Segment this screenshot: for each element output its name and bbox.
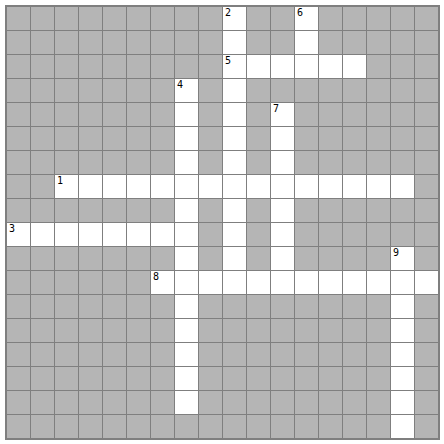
block-r15c3 (79, 367, 102, 390)
cell-r10c7[interactable] (175, 247, 198, 270)
block-r6c12 (295, 151, 318, 174)
clue-number-6: 6 (297, 7, 303, 18)
block-r4c15 (367, 103, 390, 126)
cell-r11c9[interactable] (223, 271, 246, 294)
block-r1c15 (367, 31, 390, 54)
block-r4c4 (103, 103, 126, 126)
block-r1c17 (415, 31, 438, 54)
cell-r2c11[interactable] (271, 55, 294, 78)
block-r2c7 (175, 55, 198, 78)
cell-r7c14[interactable] (343, 175, 366, 198)
cell-r2c14[interactable] (343, 55, 366, 78)
block-r17c7 (175, 415, 198, 438)
block-r14c11 (271, 343, 294, 366)
cell-r14c16[interactable] (391, 343, 414, 366)
block-r3c16 (391, 79, 414, 102)
block-r2c1 (31, 55, 54, 78)
block-r11c0 (7, 271, 30, 294)
block-r12c13 (319, 295, 342, 318)
block-r4c12 (295, 103, 318, 126)
cell-r0c9[interactable]: 2 (223, 7, 246, 30)
cell-r11c16[interactable] (391, 271, 414, 294)
block-r12c2 (55, 295, 78, 318)
block-r2c16 (391, 55, 414, 78)
block-r17c1 (31, 415, 54, 438)
block-r3c0 (7, 79, 30, 102)
block-r4c8 (199, 103, 222, 126)
block-r6c15 (367, 151, 390, 174)
cell-r9c11[interactable] (271, 223, 294, 246)
block-r13c9 (223, 319, 246, 342)
cell-r11c17[interactable] (415, 271, 438, 294)
block-r15c6 (151, 367, 174, 390)
block-r1c16 (391, 31, 414, 54)
block-r13c8 (199, 319, 222, 342)
block-r10c1 (31, 247, 54, 270)
block-r8c6 (151, 199, 174, 222)
block-r4c0 (7, 103, 30, 126)
block-r14c10 (247, 343, 270, 366)
block-r16c8 (199, 391, 222, 414)
block-r1c4 (103, 31, 126, 54)
cell-r9c2[interactable] (55, 223, 78, 246)
block-r2c6 (151, 55, 174, 78)
block-r10c3 (79, 247, 102, 270)
block-r13c0 (7, 319, 30, 342)
block-r15c13 (319, 367, 342, 390)
block-r8c4 (103, 199, 126, 222)
cell-r7c9[interactable] (223, 175, 246, 198)
block-r9c13 (319, 223, 342, 246)
block-r5c1 (31, 127, 54, 150)
cell-r5c9[interactable] (223, 127, 246, 150)
block-r3c11 (271, 79, 294, 102)
cell-r7c13[interactable] (319, 175, 342, 198)
block-r17c3 (79, 415, 102, 438)
block-r3c17 (415, 79, 438, 102)
block-r7c1 (31, 175, 54, 198)
cell-r3c7[interactable]: 4 (175, 79, 198, 102)
cell-r9c0[interactable]: 3 (7, 223, 30, 246)
block-r9c16 (391, 223, 414, 246)
cell-r7c12[interactable] (295, 175, 318, 198)
block-r6c6 (151, 151, 174, 174)
block-r13c11 (271, 319, 294, 342)
block-r12c4 (103, 295, 126, 318)
block-r6c4 (103, 151, 126, 174)
block-r5c17 (415, 127, 438, 150)
cell-r9c9[interactable] (223, 223, 246, 246)
block-r14c15 (367, 343, 390, 366)
block-r17c6 (151, 415, 174, 438)
block-r0c11 (271, 7, 294, 30)
block-r15c17 (415, 367, 438, 390)
block-r9c12 (295, 223, 318, 246)
block-r9c15 (367, 223, 390, 246)
block-r17c8 (199, 415, 222, 438)
block-r0c16 (391, 7, 414, 30)
cell-r11c13[interactable] (319, 271, 342, 294)
cell-r11c14[interactable] (343, 271, 366, 294)
block-r17c17 (415, 415, 438, 438)
block-r16c3 (79, 391, 102, 414)
block-r1c13 (319, 31, 342, 54)
cell-r0c12[interactable]: 6 (295, 7, 318, 30)
block-r0c2 (55, 7, 78, 30)
block-r3c10 (247, 79, 270, 102)
block-r2c15 (367, 55, 390, 78)
block-r6c1 (31, 151, 54, 174)
cell-r7c7[interactable] (175, 175, 198, 198)
cell-r2c13[interactable] (319, 55, 342, 78)
cell-r17c16[interactable] (391, 415, 414, 438)
block-r0c0 (7, 7, 30, 30)
block-r14c17 (415, 343, 438, 366)
block-r14c9 (223, 343, 246, 366)
cell-r7c6[interactable] (151, 175, 174, 198)
block-r9c17 (415, 223, 438, 246)
block-r10c6 (151, 247, 174, 270)
cell-r2c9[interactable]: 5 (223, 55, 246, 78)
block-r12c8 (199, 295, 222, 318)
block-r5c15 (367, 127, 390, 150)
block-r5c13 (319, 127, 342, 150)
block-r15c10 (247, 367, 270, 390)
block-r14c1 (31, 343, 54, 366)
block-r5c5 (127, 127, 150, 150)
block-r14c12 (295, 343, 318, 366)
block-r14c3 (79, 343, 102, 366)
block-r8c16 (391, 199, 414, 222)
block-r15c2 (55, 367, 78, 390)
block-r0c3 (79, 7, 102, 30)
block-r5c0 (7, 127, 30, 150)
clue-number-4: 4 (177, 79, 183, 90)
block-r16c9 (223, 391, 246, 414)
block-r6c5 (127, 151, 150, 174)
cell-r8c11[interactable] (271, 199, 294, 222)
block-r12c5 (127, 295, 150, 318)
cell-r4c7[interactable] (175, 103, 198, 126)
block-r17c4 (103, 415, 126, 438)
cell-r12c16[interactable] (391, 295, 414, 318)
cell-r7c2[interactable]: 1 (55, 175, 78, 198)
cell-r7c11[interactable] (271, 175, 294, 198)
cell-r5c7[interactable] (175, 127, 198, 150)
cell-r7c16[interactable] (391, 175, 414, 198)
block-r3c12 (295, 79, 318, 102)
cell-r15c7[interactable] (175, 367, 198, 390)
cell-r7c4[interactable] (103, 175, 126, 198)
block-r12c10 (247, 295, 270, 318)
block-r0c10 (247, 7, 270, 30)
cell-r7c10[interactable] (247, 175, 270, 198)
block-r13c6 (151, 319, 174, 342)
block-r4c16 (391, 103, 414, 126)
block-r6c0 (7, 151, 30, 174)
block-r17c0 (7, 415, 30, 438)
block-r13c10 (247, 319, 270, 342)
block-r3c3 (79, 79, 102, 102)
cell-r7c15[interactable] (367, 175, 390, 198)
block-r8c5 (127, 199, 150, 222)
cell-r12c7[interactable] (175, 295, 198, 318)
cell-r8c9[interactable] (223, 199, 246, 222)
block-r6c2 (55, 151, 78, 174)
block-r5c14 (343, 127, 366, 150)
cell-r7c8[interactable] (199, 175, 222, 198)
block-r15c15 (367, 367, 390, 390)
block-r2c2 (55, 55, 78, 78)
block-r10c17 (415, 247, 438, 270)
block-r15c9 (223, 367, 246, 390)
block-r5c4 (103, 127, 126, 150)
block-r4c13 (319, 103, 342, 126)
block-r2c17 (415, 55, 438, 78)
block-r14c0 (7, 343, 30, 366)
cell-r14c7[interactable] (175, 343, 198, 366)
cell-r11c15[interactable] (367, 271, 390, 294)
cell-r10c16[interactable]: 9 (391, 247, 414, 270)
clue-number-1: 1 (57, 175, 63, 186)
block-r0c7 (175, 7, 198, 30)
block-r12c0 (7, 295, 30, 318)
block-r0c8 (199, 7, 222, 30)
block-r4c1 (31, 103, 54, 126)
block-r13c15 (367, 319, 390, 342)
block-r11c1 (31, 271, 54, 294)
block-r10c4 (103, 247, 126, 270)
block-r8c15 (367, 199, 390, 222)
block-r3c15 (367, 79, 390, 102)
block-r1c3 (79, 31, 102, 54)
block-r17c12 (295, 415, 318, 438)
block-r13c14 (343, 319, 366, 342)
block-r13c5 (127, 319, 150, 342)
cell-r11c7[interactable] (175, 271, 198, 294)
block-r8c13 (319, 199, 342, 222)
block-r3c4 (103, 79, 126, 102)
cell-r6c11[interactable] (271, 151, 294, 174)
block-r10c2 (55, 247, 78, 270)
block-r11c2 (55, 271, 78, 294)
cell-r9c3[interactable] (79, 223, 102, 246)
block-r15c0 (7, 367, 30, 390)
block-r10c5 (127, 247, 150, 270)
block-r3c6 (151, 79, 174, 102)
block-r12c14 (343, 295, 366, 318)
block-r8c14 (343, 199, 366, 222)
block-r12c15 (367, 295, 390, 318)
cell-r10c11[interactable] (271, 247, 294, 270)
block-r16c4 (103, 391, 126, 414)
block-r6c10 (247, 151, 270, 174)
block-r11c4 (103, 271, 126, 294)
block-r5c2 (55, 127, 78, 150)
cell-r1c12[interactable] (295, 31, 318, 54)
crossword-page: 265471398 (0, 0, 444, 444)
block-r13c17 (415, 319, 438, 342)
block-r10c0 (7, 247, 30, 270)
block-r0c1 (31, 7, 54, 30)
block-r6c13 (319, 151, 342, 174)
block-r14c8 (199, 343, 222, 366)
cell-r13c7[interactable] (175, 319, 198, 342)
block-r4c14 (343, 103, 366, 126)
block-r1c11 (271, 31, 294, 54)
block-r6c16 (391, 151, 414, 174)
block-r4c2 (55, 103, 78, 126)
block-r16c10 (247, 391, 270, 414)
block-r16c1 (31, 391, 54, 414)
block-r9c10 (247, 223, 270, 246)
block-r0c5 (127, 7, 150, 30)
block-r6c14 (343, 151, 366, 174)
block-r16c14 (343, 391, 366, 414)
cell-r9c5[interactable] (127, 223, 150, 246)
block-r8c10 (247, 199, 270, 222)
block-r16c2 (55, 391, 78, 414)
block-r17c2 (55, 415, 78, 438)
clue-number-8: 8 (153, 271, 159, 282)
cell-r2c12[interactable] (295, 55, 318, 78)
block-r12c17 (415, 295, 438, 318)
block-r6c3 (79, 151, 102, 174)
clue-number-9: 9 (393, 247, 399, 258)
block-r0c13 (319, 7, 342, 30)
block-r8c12 (295, 199, 318, 222)
block-r9c14 (343, 223, 366, 246)
cell-r11c8[interactable] (199, 271, 222, 294)
block-r6c17 (415, 151, 438, 174)
block-r3c1 (31, 79, 54, 102)
cell-r3c9[interactable] (223, 79, 246, 102)
block-r5c6 (151, 127, 174, 150)
cell-r13c16[interactable] (391, 319, 414, 342)
block-r17c11 (271, 415, 294, 438)
clue-number-5: 5 (225, 55, 231, 66)
cell-r9c4[interactable] (103, 223, 126, 246)
cell-r8c7[interactable] (175, 199, 198, 222)
block-r15c11 (271, 367, 294, 390)
cell-r9c1[interactable] (31, 223, 54, 246)
block-r1c0 (7, 31, 30, 54)
block-r14c14 (343, 343, 366, 366)
block-r15c5 (127, 367, 150, 390)
cell-r15c16[interactable] (391, 367, 414, 390)
block-r16c15 (367, 391, 390, 414)
cell-r9c7[interactable] (175, 223, 198, 246)
block-r5c16 (391, 127, 414, 150)
block-r9c8 (199, 223, 222, 246)
block-r17c14 (343, 415, 366, 438)
block-r1c6 (151, 31, 174, 54)
block-r11c5 (127, 271, 150, 294)
cell-r11c11[interactable] (271, 271, 294, 294)
cell-r9c6[interactable] (151, 223, 174, 246)
cell-r4c11[interactable]: 7 (271, 103, 294, 126)
block-r15c14 (343, 367, 366, 390)
block-r17c5 (127, 415, 150, 438)
crossword-board: 265471398 (5, 5, 440, 440)
block-r4c6 (151, 103, 174, 126)
block-r13c2 (55, 319, 78, 342)
block-r14c13 (319, 343, 342, 366)
block-r2c5 (127, 55, 150, 78)
block-r12c6 (151, 295, 174, 318)
block-r3c8 (199, 79, 222, 102)
block-r2c0 (7, 55, 30, 78)
block-r12c3 (79, 295, 102, 318)
block-r16c13 (319, 391, 342, 414)
block-r15c1 (31, 367, 54, 390)
block-r3c14 (343, 79, 366, 102)
block-r3c13 (319, 79, 342, 102)
cell-r6c7[interactable] (175, 151, 198, 174)
block-r1c5 (127, 31, 150, 54)
block-r10c8 (199, 247, 222, 270)
cell-r5c11[interactable] (271, 127, 294, 150)
block-r16c5 (127, 391, 150, 414)
block-r10c15 (367, 247, 390, 270)
block-r10c10 (247, 247, 270, 270)
block-r16c6 (151, 391, 174, 414)
block-r4c17 (415, 103, 438, 126)
clue-number-2: 2 (225, 7, 231, 18)
block-r0c15 (367, 7, 390, 30)
block-r2c3 (79, 55, 102, 78)
cell-r7c3[interactable] (79, 175, 102, 198)
block-r7c17 (415, 175, 438, 198)
block-r14c4 (103, 343, 126, 366)
block-r2c4 (103, 55, 126, 78)
block-r8c8 (199, 199, 222, 222)
block-r3c5 (127, 79, 150, 102)
cell-r1c9[interactable] (223, 31, 246, 54)
block-r12c11 (271, 295, 294, 318)
block-r4c10 (247, 103, 270, 126)
block-r2c8 (199, 55, 222, 78)
block-r15c4 (103, 367, 126, 390)
cell-r10c9[interactable] (223, 247, 246, 270)
cell-r6c9[interactable] (223, 151, 246, 174)
cell-r4c9[interactable] (223, 103, 246, 126)
block-r0c14 (343, 7, 366, 30)
block-r7c0 (7, 175, 30, 198)
block-r8c1 (31, 199, 54, 222)
block-r12c9 (223, 295, 246, 318)
block-r1c8 (199, 31, 222, 54)
block-r17c13 (319, 415, 342, 438)
cell-r16c16[interactable] (391, 391, 414, 414)
cell-r2c10[interactable] (247, 55, 270, 78)
block-r4c5 (127, 103, 150, 126)
cell-r7c5[interactable] (127, 175, 150, 198)
clue-number-7: 7 (273, 103, 279, 114)
block-r6c8 (199, 151, 222, 174)
block-r17c15 (367, 415, 390, 438)
block-r1c1 (31, 31, 54, 54)
cell-r11c12[interactable] (295, 271, 318, 294)
cell-r11c10[interactable] (247, 271, 270, 294)
cell-r11c6[interactable]: 8 (151, 271, 174, 294)
block-r0c17 (415, 7, 438, 30)
cell-r16c7[interactable] (175, 391, 198, 414)
block-r4c3 (79, 103, 102, 126)
block-r5c3 (79, 127, 102, 150)
block-r3c2 (55, 79, 78, 102)
block-r0c4 (103, 7, 126, 30)
